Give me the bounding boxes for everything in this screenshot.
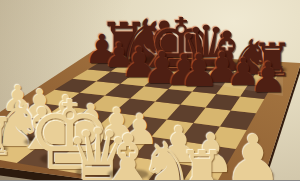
piece-light-rook: ♜ bbox=[179, 144, 226, 180]
piece-light-rook: ♜ bbox=[0, 111, 15, 163]
piece-light-pawn: ♟ bbox=[223, 127, 282, 181]
piece-dark-pawn: ♟ bbox=[249, 57, 287, 99]
piece-dark-pawn: ♟ bbox=[179, 48, 219, 93]
chess-set-photo: ♜♟♞♝♟♚♛♝♞♜♟♟♟♟♟♟♟♟♟♟♟♟♟♞♝♜♟♚♟♛♝♟♞♜ bbox=[0, 0, 300, 180]
